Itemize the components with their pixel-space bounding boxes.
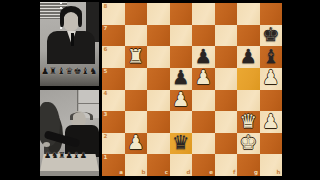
- square-e3[interactable]: [192, 111, 215, 133]
- file-label-h: h: [277, 170, 281, 176]
- square-f6[interactable]: [215, 46, 238, 68]
- rank-label-7: 7: [104, 26, 108, 32]
- white-king: ♚: [240, 133, 257, 154]
- square-d4[interactable]: ♟: [170, 90, 193, 112]
- photo-chess-pieces-row: ♟♞♜♟♝♟: [44, 152, 99, 160]
- square-e4[interactable]: [192, 90, 215, 112]
- square-a2[interactable]: 2: [102, 133, 125, 155]
- rank-label-5: 5: [104, 69, 108, 75]
- square-g6[interactable]: ♟: [237, 46, 260, 68]
- rank-label-1: 1: [104, 155, 108, 161]
- rank-label-4: 4: [104, 91, 108, 97]
- square-f8[interactable]: [215, 3, 238, 25]
- square-b7[interactable]: [125, 25, 148, 47]
- square-f2[interactable]: [215, 133, 238, 155]
- file-label-a: a: [119, 170, 123, 176]
- square-f1[interactable]: f: [215, 154, 238, 176]
- rank-label-8: 8: [104, 4, 108, 10]
- square-d5[interactable]: ♟: [170, 68, 193, 90]
- player-photo-top: ♟♜♝♛♚♝♞♜: [40, 2, 99, 86]
- square-d8[interactable]: [170, 3, 193, 25]
- square-g1[interactable]: g: [237, 154, 260, 176]
- square-e6[interactable]: ♟: [192, 46, 215, 68]
- square-a6[interactable]: 6: [102, 46, 125, 68]
- square-a8[interactable]: 8: [102, 3, 125, 25]
- square-g5[interactable]: [237, 68, 260, 90]
- black-king: ♚: [262, 25, 279, 46]
- square-a3[interactable]: 3: [102, 111, 125, 133]
- square-h2[interactable]: [260, 133, 283, 155]
- white-pawn: ♟: [127, 133, 144, 154]
- square-c6[interactable]: [147, 46, 170, 68]
- square-a4[interactable]: 4: [102, 90, 125, 112]
- square-e2[interactable]: [192, 133, 215, 155]
- square-d7[interactable]: [170, 25, 193, 47]
- square-e5[interactable]: ♟: [192, 68, 215, 90]
- square-h4[interactable]: [260, 90, 283, 112]
- square-b6[interactable]: ♜: [125, 46, 148, 68]
- file-label-c: c: [165, 170, 168, 176]
- square-b5[interactable]: [125, 68, 148, 90]
- square-d2[interactable]: ♛: [170, 133, 193, 155]
- square-c4[interactable]: [147, 90, 170, 112]
- square-b4[interactable]: [125, 90, 148, 112]
- player-photo-bottom: ♟♞♜♟♝♟: [40, 90, 99, 176]
- file-label-g: g: [254, 170, 258, 176]
- black-pawn: ♟: [195, 47, 212, 68]
- square-e7[interactable]: [192, 25, 215, 47]
- black-queen: ♛: [172, 133, 189, 154]
- player-sideburn: [78, 16, 82, 27]
- square-h6[interactable]: ♝: [260, 46, 283, 68]
- square-e1[interactable]: e: [192, 154, 215, 176]
- white-pawn: ♟: [195, 68, 212, 89]
- square-g2[interactable]: ♚: [237, 133, 260, 155]
- black-pawn: ♟: [172, 68, 189, 89]
- square-h3[interactable]: ♟: [260, 111, 283, 133]
- square-h7[interactable]: ♚: [260, 25, 283, 47]
- file-label-d: d: [187, 170, 191, 176]
- square-c7[interactable]: [147, 25, 170, 47]
- square-g7[interactable]: [237, 25, 260, 47]
- screenshot-stage: ♟♜♝♛♚♝♞♜ ♟♞♜♟♝♟ 87♚6♜♟♟♝5♟♟♟4♟3♛♟2♟♛♚1ab…: [0, 0, 320, 180]
- file-label-b: b: [142, 170, 146, 176]
- square-h8[interactable]: [260, 3, 283, 25]
- player-tie: [71, 33, 74, 46]
- white-pawn: ♟: [262, 68, 279, 89]
- white-queen: ♛: [240, 112, 257, 133]
- square-b2[interactable]: ♟: [125, 133, 148, 155]
- room-corner-line: [77, 103, 99, 104]
- file-label-e: e: [209, 170, 213, 176]
- square-c3[interactable]: [147, 111, 170, 133]
- photo-chess-pieces-row: ♟♜♝♛♚♝♞♜: [41, 67, 98, 76]
- square-b3[interactable]: [125, 111, 148, 133]
- white-pawn: ♟: [172, 90, 189, 111]
- player-sideburn: [60, 16, 64, 27]
- square-c1[interactable]: c: [147, 154, 170, 176]
- rank-label-3: 3: [104, 112, 108, 118]
- black-bishop: ♝: [262, 47, 279, 68]
- rank-label-6: 6: [104, 47, 108, 53]
- white-pawn: ♟: [262, 112, 279, 133]
- square-b1[interactable]: b: [125, 154, 148, 176]
- player-face: [63, 12, 79, 31]
- square-b8[interactable]: [125, 3, 148, 25]
- square-g8[interactable]: [237, 3, 260, 25]
- square-g3[interactable]: ♛: [237, 111, 260, 133]
- square-c2[interactable]: [147, 133, 170, 155]
- square-f3[interactable]: [215, 111, 238, 133]
- square-f4[interactable]: [215, 90, 238, 112]
- square-h1[interactable]: h: [260, 154, 283, 176]
- square-f5[interactable]: [215, 68, 238, 90]
- square-e8[interactable]: [192, 3, 215, 25]
- square-d3[interactable]: [170, 111, 193, 133]
- square-c5[interactable]: [147, 68, 170, 90]
- black-pawn: ♟: [240, 47, 257, 68]
- square-g4[interactable]: [237, 90, 260, 112]
- square-a1[interactable]: 1a: [102, 154, 125, 176]
- square-a7[interactable]: 7: [102, 25, 125, 47]
- square-f7[interactable]: [215, 25, 238, 47]
- rank-label-2: 2: [104, 134, 108, 140]
- player-side-hair: [70, 112, 93, 120]
- square-h5[interactable]: ♟: [260, 68, 283, 90]
- file-label-f: f: [233, 170, 235, 176]
- chess-board: 87♚6♜♟♟♝5♟♟♟4♟3♛♟2♟♛♚1abcdefgh: [102, 3, 282, 176]
- player-hand: [43, 142, 50, 147]
- square-d6[interactable]: [170, 46, 193, 68]
- square-c8[interactable]: [147, 3, 170, 25]
- square-a5[interactable]: 5: [102, 68, 125, 90]
- white-rook: ♜: [127, 47, 144, 68]
- table-edge: [40, 171, 99, 176]
- square-d1[interactable]: d: [170, 154, 193, 176]
